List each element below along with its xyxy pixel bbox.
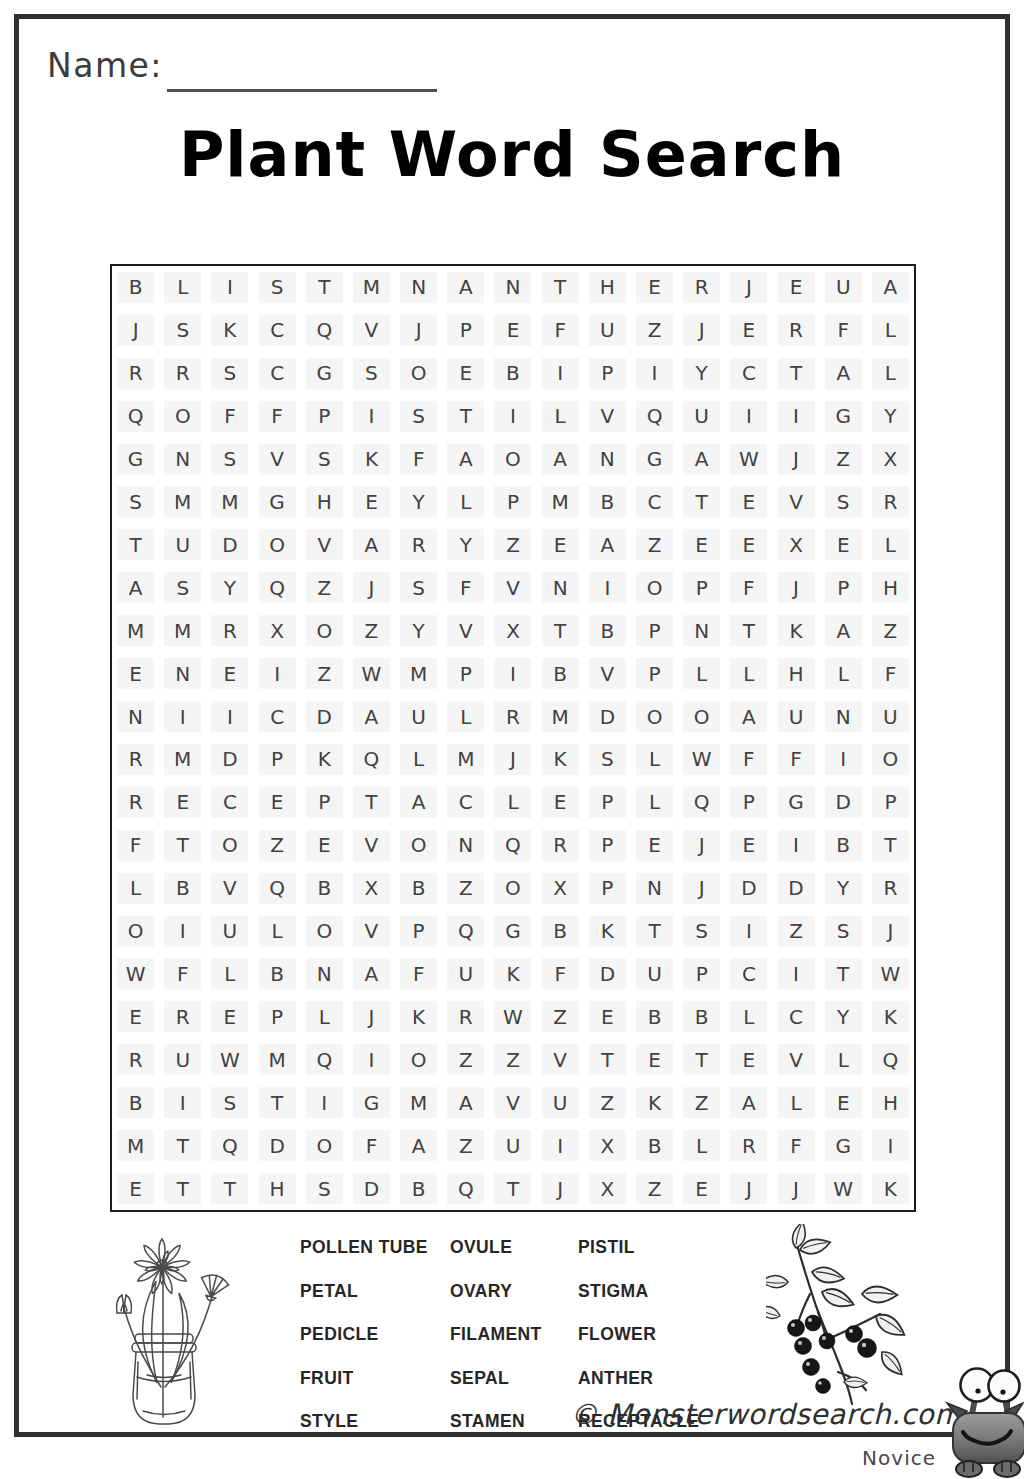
grid-cell[interactable]: F	[772, 1124, 819, 1167]
grid-cell[interactable]: D	[584, 695, 631, 738]
grid-cell[interactable]: B	[159, 867, 206, 910]
grid-cell[interactable]: G	[112, 438, 159, 481]
grid-cell[interactable]: B	[489, 352, 536, 395]
grid-cell[interactable]: U	[395, 695, 442, 738]
grid-cell[interactable]: S	[206, 438, 253, 481]
grid-cell[interactable]: F	[159, 953, 206, 996]
grid-cell[interactable]: D	[772, 867, 819, 910]
grid-cell[interactable]: J	[867, 910, 914, 953]
grid-cell[interactable]: E	[678, 523, 725, 566]
grid-cell[interactable]: J	[772, 438, 819, 481]
grid-cell[interactable]: F	[395, 953, 442, 996]
grid-cell[interactable]: R	[112, 781, 159, 824]
grid-cell[interactable]: M	[159, 481, 206, 524]
grid-cell[interactable]: I	[631, 352, 678, 395]
grid-cell[interactable]: T	[159, 1167, 206, 1210]
grid-cell[interactable]: Z	[772, 910, 819, 953]
grid-cell[interactable]: P	[395, 910, 442, 953]
grid-cell[interactable]: X	[348, 867, 395, 910]
grid-cell[interactable]: U	[159, 523, 206, 566]
grid-cell[interactable]: N	[820, 695, 867, 738]
grid-cell[interactable]: T	[159, 1124, 206, 1167]
grid-cell[interactable]: L	[725, 652, 772, 695]
grid-cell[interactable]: A	[395, 1124, 442, 1167]
grid-cell[interactable]: R	[442, 995, 489, 1038]
grid-cell[interactable]: N	[159, 652, 206, 695]
grid-cell[interactable]: N	[584, 438, 631, 481]
grid-cell[interactable]: D	[725, 867, 772, 910]
grid-cell[interactable]: S	[395, 395, 442, 438]
grid-cell[interactable]: Z	[631, 523, 678, 566]
grid-cell[interactable]: L	[301, 995, 348, 1038]
grid-cell[interactable]: S	[159, 309, 206, 352]
grid-cell[interactable]: M	[159, 609, 206, 652]
grid-cell[interactable]: Z	[867, 609, 914, 652]
grid-cell[interactable]: W	[348, 652, 395, 695]
grid-cell[interactable]: T	[678, 481, 725, 524]
grid-cell[interactable]: E	[442, 352, 489, 395]
grid-cell[interactable]: I	[584, 566, 631, 609]
grid-cell[interactable]: D	[820, 781, 867, 824]
grid-cell[interactable]: W	[489, 995, 536, 1038]
grid-cell[interactable]: L	[112, 867, 159, 910]
grid-cell[interactable]: R	[112, 1038, 159, 1081]
grid-cell[interactable]: P	[442, 652, 489, 695]
grid-cell[interactable]: R	[867, 481, 914, 524]
grid-cell[interactable]: D	[348, 1167, 395, 1210]
grid-cell[interactable]: U	[537, 1081, 584, 1124]
grid-cell[interactable]: S	[254, 266, 301, 309]
grid-cell[interactable]: P	[254, 995, 301, 1038]
grid-cell[interactable]: C	[725, 352, 772, 395]
grid-cell[interactable]: Y	[678, 352, 725, 395]
grid-cell[interactable]: R	[725, 1124, 772, 1167]
grid-cell[interactable]: M	[537, 481, 584, 524]
grid-cell[interactable]: T	[867, 824, 914, 867]
grid-cell[interactable]: A	[725, 1081, 772, 1124]
grid-cell[interactable]: L	[772, 1081, 819, 1124]
grid-cell[interactable]: W	[725, 438, 772, 481]
grid-cell[interactable]: A	[112, 566, 159, 609]
grid-cell[interactable]: K	[537, 738, 584, 781]
grid-cell[interactable]: Q	[301, 309, 348, 352]
grid-cell[interactable]: L	[442, 695, 489, 738]
grid-cell[interactable]: A	[584, 523, 631, 566]
grid-cell[interactable]: Y	[395, 481, 442, 524]
grid-cell[interactable]: U	[772, 695, 819, 738]
grid-cell[interactable]: J	[537, 1167, 584, 1210]
grid-cell[interactable]: L	[867, 352, 914, 395]
grid-cell[interactable]: S	[395, 566, 442, 609]
grid-cell[interactable]: X	[584, 1167, 631, 1210]
grid-cell[interactable]: F	[206, 395, 253, 438]
grid-cell[interactable]: Z	[820, 438, 867, 481]
grid-cell[interactable]: O	[395, 1038, 442, 1081]
grid-cell[interactable]: P	[678, 566, 725, 609]
grid-cell[interactable]: P	[584, 781, 631, 824]
grid-cell[interactable]: J	[112, 309, 159, 352]
grid-cell[interactable]: N	[442, 824, 489, 867]
grid-cell[interactable]: X	[537, 867, 584, 910]
grid-cell[interactable]: J	[489, 738, 536, 781]
grid-cell[interactable]: A	[537, 438, 584, 481]
grid-cell[interactable]: B	[112, 1081, 159, 1124]
grid-cell[interactable]: I	[301, 1081, 348, 1124]
grid-cell[interactable]: N	[112, 695, 159, 738]
grid-cell[interactable]: S	[348, 352, 395, 395]
grid-cell[interactable]: P	[489, 481, 536, 524]
grid-cell[interactable]: Q	[348, 738, 395, 781]
grid-cell[interactable]: E	[112, 995, 159, 1038]
grid-cell[interactable]: I	[254, 652, 301, 695]
grid-cell[interactable]: U	[584, 309, 631, 352]
grid-cell[interactable]: E	[206, 652, 253, 695]
grid-cell[interactable]: J	[678, 867, 725, 910]
grid-cell[interactable]: V	[301, 523, 348, 566]
grid-cell[interactable]: P	[725, 781, 772, 824]
grid-cell[interactable]: Z	[442, 867, 489, 910]
grid-cell[interactable]: F	[725, 738, 772, 781]
grid-cell[interactable]: I	[489, 395, 536, 438]
grid-cell[interactable]: T	[584, 1038, 631, 1081]
grid-cell[interactable]: K	[348, 438, 395, 481]
grid-cell[interactable]: B	[631, 995, 678, 1038]
grid-cell[interactable]: X	[867, 438, 914, 481]
grid-cell[interactable]: T	[725, 609, 772, 652]
grid-cell[interactable]: V	[254, 438, 301, 481]
grid-cell[interactable]: I	[206, 695, 253, 738]
grid-cell[interactable]: Q	[442, 910, 489, 953]
grid-cell[interactable]: V	[772, 481, 819, 524]
grid-cell[interactable]: E	[301, 824, 348, 867]
grid-cell[interactable]: O	[489, 867, 536, 910]
grid-cell[interactable]: B	[301, 867, 348, 910]
grid-cell[interactable]: S	[301, 438, 348, 481]
grid-cell[interactable]: U	[820, 266, 867, 309]
grid-cell[interactable]: I	[725, 395, 772, 438]
grid-cell[interactable]: Q	[631, 395, 678, 438]
grid-cell[interactable]: L	[159, 266, 206, 309]
grid-cell[interactable]: J	[348, 995, 395, 1038]
grid-cell[interactable]: Q	[489, 824, 536, 867]
grid-cell[interactable]: Z	[631, 309, 678, 352]
grid-cell[interactable]: I	[489, 652, 536, 695]
grid-cell[interactable]: J	[348, 566, 395, 609]
grid-cell[interactable]: L	[867, 523, 914, 566]
grid-cell[interactable]: D	[254, 1124, 301, 1167]
grid-cell[interactable]: L	[867, 309, 914, 352]
grid-cell[interactable]: Z	[442, 1124, 489, 1167]
grid-cell[interactable]: P	[442, 309, 489, 352]
grid-cell[interactable]: T	[537, 266, 584, 309]
grid-cell[interactable]: K	[584, 910, 631, 953]
grid-cell[interactable]: O	[159, 395, 206, 438]
grid-cell[interactable]: R	[206, 609, 253, 652]
grid-cell[interactable]: O	[395, 824, 442, 867]
grid-cell[interactable]: P	[584, 352, 631, 395]
grid-cell[interactable]: A	[678, 438, 725, 481]
grid-cell[interactable]: Y	[442, 523, 489, 566]
grid-cell[interactable]: M	[395, 1081, 442, 1124]
grid-cell[interactable]: E	[820, 1081, 867, 1124]
grid-cell[interactable]: V	[537, 1038, 584, 1081]
grid-cell[interactable]: V	[584, 395, 631, 438]
grid-cell[interactable]: A	[725, 695, 772, 738]
grid-cell[interactable]: R	[159, 352, 206, 395]
grid-cell[interactable]: Z	[254, 824, 301, 867]
grid-cell[interactable]: E	[159, 781, 206, 824]
grid-cell[interactable]: K	[867, 995, 914, 1038]
grid-cell[interactable]: R	[112, 352, 159, 395]
grid-cell[interactable]: G	[489, 910, 536, 953]
grid-cell[interactable]: F	[112, 824, 159, 867]
grid-cell[interactable]: I	[537, 1124, 584, 1167]
grid-cell[interactable]: E	[820, 523, 867, 566]
grid-cell[interactable]: K	[395, 995, 442, 1038]
grid-cell[interactable]: U	[631, 953, 678, 996]
grid-cell[interactable]: A	[820, 352, 867, 395]
grid-cell[interactable]: O	[301, 1124, 348, 1167]
grid-cell[interactable]: U	[678, 395, 725, 438]
grid-cell[interactable]: M	[159, 738, 206, 781]
grid-cell[interactable]: B	[631, 1124, 678, 1167]
grid-cell[interactable]: B	[395, 1167, 442, 1210]
grid-cell[interactable]: Q	[678, 781, 725, 824]
grid-cell[interactable]: P	[678, 953, 725, 996]
grid-cell[interactable]: S	[584, 738, 631, 781]
grid-cell[interactable]: I	[867, 1124, 914, 1167]
grid-cell[interactable]: E	[348, 481, 395, 524]
grid-cell[interactable]: G	[820, 395, 867, 438]
grid-cell[interactable]: T	[820, 953, 867, 996]
grid-cell[interactable]: X	[584, 1124, 631, 1167]
grid-cell[interactable]: N	[537, 566, 584, 609]
grid-cell[interactable]: E	[537, 523, 584, 566]
grid-cell[interactable]: S	[301, 1167, 348, 1210]
grid-cell[interactable]: F	[442, 566, 489, 609]
grid-cell[interactable]: C	[631, 481, 678, 524]
grid-cell[interactable]: W	[867, 953, 914, 996]
grid-cell[interactable]: Z	[301, 652, 348, 695]
grid-cell[interactable]: V	[206, 867, 253, 910]
grid-cell[interactable]: K	[301, 738, 348, 781]
grid-cell[interactable]: Z	[348, 609, 395, 652]
grid-cell[interactable]: N	[631, 867, 678, 910]
grid-cell[interactable]: E	[678, 1167, 725, 1210]
grid-cell[interactable]: Y	[820, 867, 867, 910]
grid-cell[interactable]: A	[348, 953, 395, 996]
grid-cell[interactable]: E	[725, 1038, 772, 1081]
grid-cell[interactable]: T	[489, 1167, 536, 1210]
grid-cell[interactable]: X	[772, 523, 819, 566]
grid-cell[interactable]: V	[348, 910, 395, 953]
grid-cell[interactable]: R	[537, 824, 584, 867]
grid-cell[interactable]: T	[206, 1167, 253, 1210]
grid-cell[interactable]: W	[112, 953, 159, 996]
grid-cell[interactable]: Z	[489, 523, 536, 566]
grid-cell[interactable]: A	[395, 781, 442, 824]
grid-cell[interactable]: B	[254, 953, 301, 996]
grid-cell[interactable]: L	[489, 781, 536, 824]
grid-cell[interactable]: B	[678, 995, 725, 1038]
grid-cell[interactable]: I	[348, 1038, 395, 1081]
grid-cell[interactable]: O	[206, 824, 253, 867]
grid-cell[interactable]: A	[867, 266, 914, 309]
grid-cell[interactable]: T	[301, 266, 348, 309]
grid-cell[interactable]: Y	[820, 995, 867, 1038]
grid-cell[interactable]: T	[631, 910, 678, 953]
grid-cell[interactable]: I	[772, 824, 819, 867]
grid-cell[interactable]: T	[772, 352, 819, 395]
grid-cell[interactable]: Z	[489, 1038, 536, 1081]
grid-cell[interactable]: F	[348, 1124, 395, 1167]
grid-cell[interactable]: P	[820, 566, 867, 609]
grid-cell[interactable]: M	[112, 609, 159, 652]
grid-cell[interactable]: V	[489, 1081, 536, 1124]
grid-cell[interactable]: E	[725, 824, 772, 867]
grid-cell[interactable]: V	[772, 1038, 819, 1081]
grid-cell[interactable]: Z	[631, 1167, 678, 1210]
grid-cell[interactable]: U	[159, 1038, 206, 1081]
grid-cell[interactable]: G	[772, 781, 819, 824]
grid-cell[interactable]: C	[772, 995, 819, 1038]
grid-cell[interactable]: T	[678, 1038, 725, 1081]
grid-cell[interactable]: S	[159, 566, 206, 609]
grid-cell[interactable]: F	[537, 953, 584, 996]
grid-cell[interactable]: J	[772, 1167, 819, 1210]
grid-cell[interactable]: M	[348, 266, 395, 309]
grid-cell[interactable]: H	[772, 652, 819, 695]
grid-cell[interactable]: J	[678, 824, 725, 867]
grid-cell[interactable]: P	[631, 609, 678, 652]
grid-cell[interactable]: S	[206, 352, 253, 395]
grid-cell[interactable]: P	[631, 652, 678, 695]
grid-cell[interactable]: L	[631, 781, 678, 824]
grid-cell[interactable]: D	[206, 738, 253, 781]
grid-cell[interactable]: P	[584, 824, 631, 867]
grid-cell[interactable]: F	[725, 566, 772, 609]
grid-cell[interactable]: M	[112, 1124, 159, 1167]
grid-cell[interactable]: K	[772, 609, 819, 652]
grid-cell[interactable]: E	[537, 781, 584, 824]
grid-cell[interactable]: P	[867, 781, 914, 824]
grid-cell[interactable]: Y	[867, 395, 914, 438]
grid-cell[interactable]: O	[489, 438, 536, 481]
grid-cell[interactable]: B	[537, 652, 584, 695]
grid-cell[interactable]: E	[584, 995, 631, 1038]
grid-cell[interactable]: G	[820, 1124, 867, 1167]
grid-cell[interactable]: T	[254, 1081, 301, 1124]
grid-cell[interactable]: D	[584, 953, 631, 996]
grid-cell[interactable]: Y	[395, 609, 442, 652]
grid-cell[interactable]: N	[395, 266, 442, 309]
grid-cell[interactable]: Z	[301, 566, 348, 609]
grid-cell[interactable]: K	[867, 1167, 914, 1210]
grid-cell[interactable]: A	[348, 523, 395, 566]
grid-cell[interactable]: M	[206, 481, 253, 524]
grid-cell[interactable]: D	[206, 523, 253, 566]
grid-cell[interactable]: S	[206, 1081, 253, 1124]
grid-cell[interactable]: S	[820, 481, 867, 524]
grid-cell[interactable]: L	[254, 910, 301, 953]
grid-cell[interactable]: L	[725, 995, 772, 1038]
grid-cell[interactable]: J	[678, 309, 725, 352]
grid-cell[interactable]: I	[537, 352, 584, 395]
grid-cell[interactable]: O	[867, 738, 914, 781]
grid-cell[interactable]: B	[584, 609, 631, 652]
grid-cell[interactable]: I	[772, 953, 819, 996]
grid-cell[interactable]: W	[820, 1167, 867, 1210]
grid-cell[interactable]: O	[631, 566, 678, 609]
grid-cell[interactable]: R	[867, 867, 914, 910]
grid-cell[interactable]: V	[584, 652, 631, 695]
grid-cell[interactable]: O	[301, 609, 348, 652]
grid-cell[interactable]: R	[489, 695, 536, 738]
grid-cell[interactable]: Q	[112, 395, 159, 438]
grid-cell[interactable]: E	[112, 652, 159, 695]
grid-cell[interactable]: O	[301, 910, 348, 953]
grid-cell[interactable]: V	[348, 309, 395, 352]
grid-cell[interactable]: L	[820, 652, 867, 695]
grid-cell[interactable]: M	[537, 695, 584, 738]
grid-cell[interactable]: M	[254, 1038, 301, 1081]
grid-cell[interactable]: J	[395, 309, 442, 352]
grid-cell[interactable]: U	[442, 953, 489, 996]
grid-cell[interactable]: R	[772, 309, 819, 352]
grid-cell[interactable]: I	[159, 910, 206, 953]
grid-cell[interactable]: K	[489, 953, 536, 996]
grid-cell[interactable]: B	[584, 481, 631, 524]
grid-cell[interactable]: C	[254, 309, 301, 352]
grid-cell[interactable]: E	[631, 1038, 678, 1081]
grid-cell[interactable]: E	[725, 309, 772, 352]
grid-cell[interactable]: N	[159, 438, 206, 481]
grid-cell[interactable]: L	[206, 953, 253, 996]
grid-cell[interactable]: A	[442, 266, 489, 309]
grid-cell[interactable]: U	[206, 910, 253, 953]
grid-cell[interactable]: Q	[301, 1038, 348, 1081]
grid-cell[interactable]: Y	[206, 566, 253, 609]
grid-cell[interactable]: T	[348, 781, 395, 824]
grid-cell[interactable]: E	[206, 995, 253, 1038]
grid-cell[interactable]: H	[867, 566, 914, 609]
grid-cell[interactable]: V	[489, 566, 536, 609]
grid-cell[interactable]: I	[206, 266, 253, 309]
grid-cell[interactable]: G	[348, 1081, 395, 1124]
grid-cell[interactable]: L	[537, 395, 584, 438]
grid-cell[interactable]: B	[112, 266, 159, 309]
grid-cell[interactable]: K	[206, 309, 253, 352]
grid-cell[interactable]: F	[867, 652, 914, 695]
grid-cell[interactable]: E	[112, 1167, 159, 1210]
grid-cell[interactable]: F	[395, 438, 442, 481]
grid-cell[interactable]: G	[631, 438, 678, 481]
grid-cell[interactable]: O	[254, 523, 301, 566]
grid-cell[interactable]: F	[820, 309, 867, 352]
grid-cell[interactable]: I	[348, 395, 395, 438]
grid-cell[interactable]: Q	[254, 566, 301, 609]
grid-cell[interactable]: E	[725, 481, 772, 524]
grid-cell[interactable]: C	[206, 781, 253, 824]
grid-cell[interactable]: T	[537, 609, 584, 652]
grid-cell[interactable]: A	[820, 609, 867, 652]
grid-cell[interactable]: Q	[254, 867, 301, 910]
grid-cell[interactable]: X	[254, 609, 301, 652]
grid-cell[interactable]: E	[254, 781, 301, 824]
grid-cell[interactable]: O	[631, 695, 678, 738]
grid-cell[interactable]: P	[301, 395, 348, 438]
grid-cell[interactable]: L	[820, 1038, 867, 1081]
